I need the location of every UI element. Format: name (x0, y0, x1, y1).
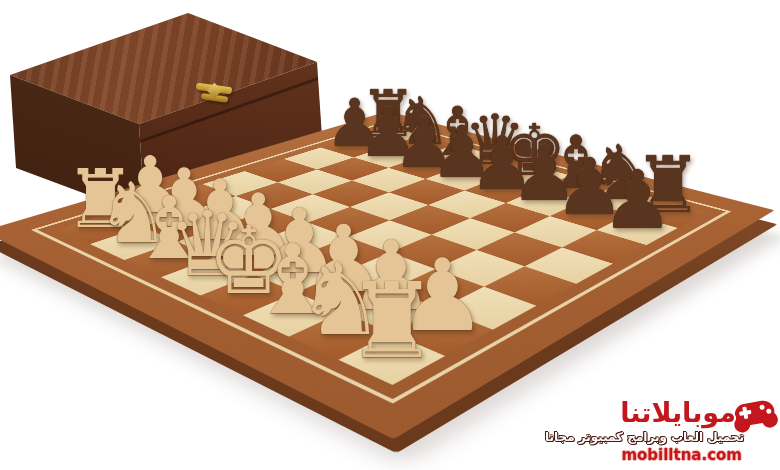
site-watermark: موبايلاتنا تحميل العاب وبرامج كمبيوتر مج… (520, 380, 780, 470)
watermark-title: موبايلاتنا (620, 397, 736, 428)
watermark-subtitle: تحميل العاب وبرامج كمبيوتر مجانا (545, 430, 744, 444)
product-photo-scene: ♜♞♟♝♟♛♟♚♟♝♟♞♟♟♜♟♟♜♟♟♞♟♝♟♛♟♚♟♝♟♞♜ موبايلا… (0, 0, 780, 470)
brass-clasp (194, 78, 236, 110)
watermark-domain: mobilltna.com (621, 446, 742, 464)
